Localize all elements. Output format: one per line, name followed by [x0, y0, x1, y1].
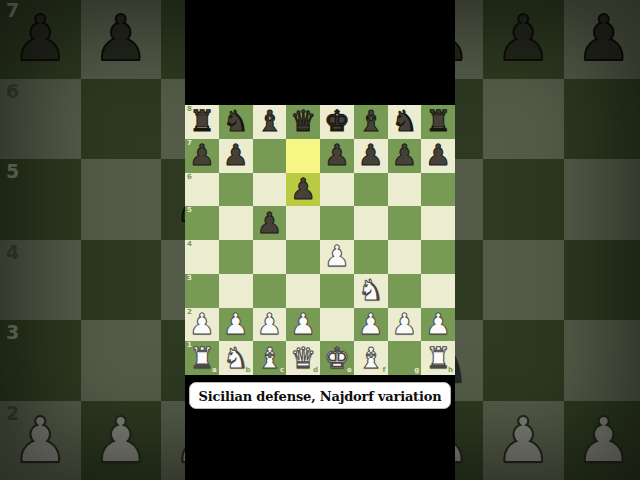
- square-h4: [421, 240, 455, 274]
- square-b5: [219, 206, 253, 240]
- white-pawn-h2: ♟: [421, 308, 455, 342]
- square-d8: ♛: [286, 105, 320, 139]
- white-pawn-g2: ♟: [483, 401, 564, 480]
- square-b6: [81, 79, 162, 160]
- square-g7: ♟: [388, 139, 422, 173]
- caption-text: Sicilian defense, Najdorf variation: [199, 389, 442, 404]
- rank-label-4: 4: [6, 243, 19, 262]
- white-pawn-d2: ♟: [286, 308, 320, 342]
- black-pawn-e7: ♟: [320, 139, 354, 173]
- black-pawn-a7: ♟: [185, 139, 219, 173]
- black-pawn-g7: ♟: [483, 0, 564, 79]
- black-knight-b8: ♞: [219, 105, 253, 139]
- black-pawn-h7: ♟: [564, 0, 640, 79]
- square-h4: [564, 240, 640, 321]
- white-pawn-c2: ♟: [253, 308, 287, 342]
- square-g8: ♞: [388, 105, 422, 139]
- square-a7: 7♟: [0, 0, 81, 79]
- square-g2: ♟: [483, 401, 564, 480]
- square-e1: e♚: [320, 341, 354, 375]
- black-bishop-f8: ♝: [354, 105, 388, 139]
- square-a3: 3: [185, 274, 219, 308]
- square-e7: ♟: [320, 139, 354, 173]
- square-b4: [81, 240, 162, 321]
- square-c2: ♟: [253, 308, 287, 342]
- white-pawn-g2: ♟: [388, 308, 422, 342]
- square-c8: ♝: [253, 105, 287, 139]
- square-f4: [354, 240, 388, 274]
- black-rook-a8: ♜: [185, 105, 219, 139]
- black-pawn-f7: ♟: [354, 139, 388, 173]
- square-a6: 6: [0, 79, 81, 160]
- white-pawn-b2: ♟: [219, 308, 253, 342]
- square-f6: [354, 173, 388, 207]
- square-a2: 2♟: [0, 401, 81, 480]
- square-d2: ♟: [286, 308, 320, 342]
- square-g2: ♟: [388, 308, 422, 342]
- black-queen-d8: ♛: [286, 105, 320, 139]
- square-d5: [286, 206, 320, 240]
- white-knight-f3: ♞: [354, 274, 388, 308]
- white-queen-d1: ♛: [286, 341, 320, 375]
- white-pawn-b2: ♟: [81, 401, 162, 480]
- black-pawn-h7: ♟: [421, 139, 455, 173]
- caption-row: Sicilian defense, Najdorf variation: [185, 382, 455, 409]
- white-rook-a1: ♜: [185, 341, 219, 375]
- white-pawn-f2: ♟: [354, 308, 388, 342]
- square-a3: 3: [0, 320, 81, 401]
- square-f2: ♟: [354, 308, 388, 342]
- rank-label-6: 6: [6, 82, 19, 101]
- square-h7: ♟: [564, 0, 640, 79]
- white-bishop-f1: ♝: [354, 341, 388, 375]
- square-c6: [253, 173, 287, 207]
- black-pawn-c5: ♟: [253, 206, 287, 240]
- square-g1: g: [388, 341, 422, 375]
- rank-label-6: 6: [187, 174, 192, 181]
- black-king-e8: ♚: [320, 105, 354, 139]
- square-b8: ♞: [219, 105, 253, 139]
- square-g4: [483, 240, 564, 321]
- square-h6: [421, 173, 455, 207]
- square-g4: [388, 240, 422, 274]
- rank-label-5: 5: [6, 162, 19, 181]
- square-g5: [388, 206, 422, 240]
- square-h6: [564, 79, 640, 160]
- square-a2: 2♟: [185, 308, 219, 342]
- black-pawn-g7: ♟: [388, 139, 422, 173]
- square-c1: c♝: [253, 341, 287, 375]
- square-b7: ♟: [219, 139, 253, 173]
- square-h5: [421, 206, 455, 240]
- square-c3: [253, 274, 287, 308]
- square-f8: ♝: [354, 105, 388, 139]
- square-h3: [421, 274, 455, 308]
- white-pawn-a2: ♟: [185, 308, 219, 342]
- square-f1: f♝: [354, 341, 388, 375]
- square-d3: [286, 274, 320, 308]
- square-h3: [564, 320, 640, 401]
- square-g6: [483, 79, 564, 160]
- rank-label-4: 4: [187, 241, 192, 248]
- chess-board: 8♜♞♝♛♚♝♞♜7♟♟♟♟♟♟6♟5♟4♟3♞2♟♟♟♟♟♟♟1a♜b♞c♝d…: [185, 105, 455, 375]
- square-e5: [320, 206, 354, 240]
- square-a8: 8♜: [185, 105, 219, 139]
- square-h7: ♟: [421, 139, 455, 173]
- rank-label-3: 3: [187, 275, 192, 282]
- white-pawn-a2: ♟: [0, 401, 81, 480]
- square-b7: ♟: [81, 0, 162, 79]
- black-rook-h8: ♜: [421, 105, 455, 139]
- square-c7: [253, 139, 287, 173]
- square-h8: ♜: [421, 105, 455, 139]
- square-g5: [483, 159, 564, 240]
- square-c4: [253, 240, 287, 274]
- square-f5: [354, 206, 388, 240]
- square-d1: d♛: [286, 341, 320, 375]
- square-a5: 5: [0, 159, 81, 240]
- square-g3: [388, 274, 422, 308]
- square-f7: ♟: [354, 139, 388, 173]
- square-e8: ♚: [320, 105, 354, 139]
- file-label-g: g: [414, 367, 419, 374]
- square-b5: [81, 159, 162, 240]
- black-pawn-b7: ♟: [81, 0, 162, 79]
- square-a6: 6: [185, 173, 219, 207]
- square-a5: 5: [185, 206, 219, 240]
- square-h2: ♟: [421, 308, 455, 342]
- black-pawn-a7: ♟: [0, 0, 81, 79]
- square-b1: b♞: [219, 341, 253, 375]
- black-pawn-b7: ♟: [219, 139, 253, 173]
- square-f3: ♞: [354, 274, 388, 308]
- square-h2: ♟: [564, 401, 640, 480]
- white-bishop-c1: ♝: [253, 341, 287, 375]
- black-bishop-c8: ♝: [253, 105, 287, 139]
- black-pawn-d6: ♟: [286, 173, 320, 207]
- square-a4: 4: [0, 240, 81, 321]
- square-d7: [286, 139, 320, 173]
- white-pawn-e4: ♟: [320, 240, 354, 274]
- square-e6: [320, 173, 354, 207]
- caption-box: Sicilian defense, Najdorf variation: [189, 382, 452, 409]
- square-a7: 7♟: [185, 139, 219, 173]
- square-b4: [219, 240, 253, 274]
- square-d4: [286, 240, 320, 274]
- square-a4: 4: [185, 240, 219, 274]
- square-a1: 1a♜: [185, 341, 219, 375]
- square-b3: [219, 274, 253, 308]
- square-c5: ♟: [253, 206, 287, 240]
- video-frame: 7♟♟♟♟♟♟6♟5♟4♟3♞2♟♟♟♟♟♟♟ 8♜♞♝♛♚♝♞♜7♟♟♟♟♟♟…: [0, 0, 640, 480]
- square-b2: ♟: [81, 401, 162, 480]
- rank-label-5: 5: [187, 207, 192, 214]
- black-knight-g8: ♞: [388, 105, 422, 139]
- square-g3: [483, 320, 564, 401]
- rank-label-3: 3: [6, 323, 19, 342]
- square-h5: [564, 159, 640, 240]
- white-king-e1: ♚: [320, 341, 354, 375]
- white-knight-b1: ♞: [219, 341, 253, 375]
- square-b6: [219, 173, 253, 207]
- square-h1: h♜: [421, 341, 455, 375]
- white-rook-h1: ♜: [421, 341, 455, 375]
- square-e4: ♟: [320, 240, 354, 274]
- square-b2: ♟: [219, 308, 253, 342]
- white-pawn-h2: ♟: [564, 401, 640, 480]
- square-g7: ♟: [483, 0, 564, 79]
- square-b3: [81, 320, 162, 401]
- square-g6: [388, 173, 422, 207]
- square-e3: [320, 274, 354, 308]
- square-e2: [320, 308, 354, 342]
- square-d6: ♟: [286, 173, 320, 207]
